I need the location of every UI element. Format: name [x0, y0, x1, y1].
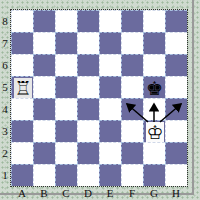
square-c5[interactable]: [55, 76, 77, 98]
white-king[interactable]: ♔: [146, 122, 164, 142]
square-a8[interactable]: [11, 10, 33, 32]
rank-label-1: 1: [0, 164, 10, 186]
square-c1[interactable]: [55, 164, 77, 186]
square-a4[interactable]: [11, 98, 33, 120]
square-g2[interactable]: [143, 142, 165, 164]
square-h2[interactable]: [165, 142, 187, 164]
square-h3[interactable]: [165, 120, 187, 142]
square-b2[interactable]: [33, 142, 55, 164]
square-b1[interactable]: [33, 164, 55, 186]
square-a7[interactable]: [11, 32, 33, 54]
square-a5[interactable]: ♖: [11, 76, 33, 98]
rank-labels: 87654321: [0, 9, 10, 187]
square-f6[interactable]: [121, 54, 143, 76]
square-h8[interactable]: [165, 10, 187, 32]
black-king[interactable]: ♚: [144, 77, 165, 98]
square-e4[interactable]: [99, 98, 121, 120]
file-label-G: G: [143, 186, 165, 199]
square-h4[interactable]: [165, 98, 187, 120]
square-b5[interactable]: [33, 76, 55, 98]
square-c7[interactable]: [55, 32, 77, 54]
square-e1[interactable]: [99, 164, 121, 186]
square-b7[interactable]: [33, 32, 55, 54]
square-e8[interactable]: [99, 10, 121, 32]
square-a1[interactable]: [11, 164, 33, 186]
square-g6[interactable]: [143, 54, 165, 76]
file-label-E: E: [99, 186, 121, 199]
square-f5[interactable]: [121, 76, 143, 98]
rank-label-8: 8: [0, 10, 10, 32]
square-b3[interactable]: [33, 120, 55, 142]
square-h7[interactable]: [165, 32, 187, 54]
square-f1[interactable]: [121, 164, 143, 186]
square-d2[interactable]: [77, 142, 99, 164]
square-h5[interactable]: [165, 76, 187, 98]
square-d1[interactable]: [77, 164, 99, 186]
file-label-F: F: [121, 186, 143, 199]
square-c3[interactable]: [55, 120, 77, 142]
square-a2[interactable]: [11, 142, 33, 164]
square-g1[interactable]: [143, 164, 165, 186]
square-a3[interactable]: [11, 120, 33, 142]
square-f2[interactable]: [121, 142, 143, 164]
square-e5[interactable]: [99, 76, 121, 98]
square-g4[interactable]: [143, 98, 165, 120]
file-label-D: D: [77, 186, 99, 199]
rank-label-2: 2: [0, 142, 10, 164]
piece-bitmap-tile: ♔: [146, 122, 164, 142]
rank-label-4: 4: [0, 98, 10, 120]
rank-label-5: 5: [0, 76, 10, 98]
square-c4[interactable]: [55, 98, 77, 120]
square-b6[interactable]: [33, 54, 55, 76]
file-label-H: H: [165, 186, 187, 199]
square-g8[interactable]: [143, 10, 165, 32]
square-h1[interactable]: [165, 164, 187, 186]
rank-label-3: 3: [0, 120, 10, 142]
square-c6[interactable]: [55, 54, 77, 76]
square-d6[interactable]: [77, 54, 99, 76]
square-e2[interactable]: [99, 142, 121, 164]
square-e3[interactable]: [99, 120, 121, 142]
rank-label-7: 7: [0, 32, 10, 54]
square-f3[interactable]: [121, 120, 143, 142]
square-g7[interactable]: [143, 32, 165, 54]
chess-diagram: 87654321 ♖♚♔ ABCDEFGH: [0, 0, 200, 200]
square-b4[interactable]: [33, 98, 55, 120]
white-rook[interactable]: ♖: [14, 78, 32, 98]
square-c2[interactable]: [55, 142, 77, 164]
file-label-A: A: [11, 186, 33, 199]
square-e7[interactable]: [99, 32, 121, 54]
file-label-C: C: [55, 186, 77, 199]
square-g3[interactable]: ♔: [143, 120, 165, 142]
piece-bitmap-tile: ♖: [14, 78, 32, 98]
square-g5[interactable]: ♚: [143, 76, 165, 98]
square-b8[interactable]: [33, 10, 55, 32]
square-a6[interactable]: [11, 54, 33, 76]
square-f4[interactable]: [121, 98, 143, 120]
file-labels: ABCDEFGH: [10, 186, 188, 199]
square-d7[interactable]: [77, 32, 99, 54]
square-h6[interactable]: [165, 54, 187, 76]
square-c8[interactable]: [55, 10, 77, 32]
square-f8[interactable]: [121, 10, 143, 32]
board: ♖♚♔: [10, 9, 188, 187]
file-label-B: B: [33, 186, 55, 199]
frame-shadow-right: [192, 0, 194, 195]
square-d4[interactable]: [77, 98, 99, 120]
square-e6[interactable]: [99, 54, 121, 76]
square-d8[interactable]: [77, 10, 99, 32]
square-d5[interactable]: [77, 76, 99, 98]
square-d3[interactable]: [77, 120, 99, 142]
rank-label-6: 6: [0, 54, 10, 76]
square-f7[interactable]: [121, 32, 143, 54]
